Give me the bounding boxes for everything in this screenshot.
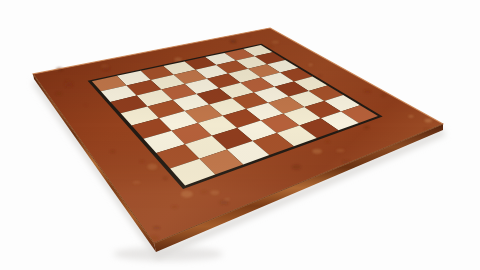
- chess-board: [0, 0, 480, 270]
- corner-shadow: [113, 247, 223, 261]
- photo-scene: [0, 0, 480, 270]
